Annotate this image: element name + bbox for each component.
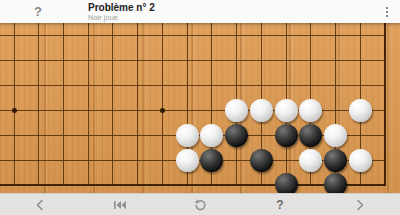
help-icon[interactable]: ? (28, 0, 48, 23)
black-stone (324, 173, 347, 193)
board-grid-line (14, 23, 15, 186)
white-stone (299, 149, 322, 172)
page-title: Problème n° 2 (88, 2, 155, 13)
turn-status: Noir joue (88, 13, 155, 22)
title-block: Problème n° 2 Noir joue (88, 2, 155, 22)
white-stone (349, 99, 372, 122)
black-stone (225, 124, 248, 147)
white-stone (299, 99, 322, 122)
star-point (12, 108, 17, 113)
black-stone (200, 149, 223, 172)
black-stone (250, 149, 273, 172)
white-stone (324, 124, 347, 147)
board-edge-line-right (384, 23, 386, 186)
white-stone (225, 99, 248, 122)
board-grid-line (38, 23, 39, 186)
black-stone (299, 124, 322, 147)
board-grid-line (0, 85, 386, 86)
white-stone (349, 149, 372, 172)
skip-to-start-icon[interactable] (106, 194, 134, 215)
board-grid-line (0, 35, 386, 36)
app-bar: ? Problème n° 2 Noir joue (0, 0, 400, 23)
board-grid-line (0, 60, 386, 61)
forward-chevron-icon[interactable] (346, 194, 374, 215)
board-grid-line (137, 23, 138, 186)
black-stone (275, 173, 298, 193)
white-stone (200, 124, 223, 147)
board-grid-line (162, 23, 163, 186)
board-grid-line (88, 23, 89, 186)
white-stone (176, 124, 199, 147)
black-stone (324, 149, 347, 172)
undo-icon[interactable] (186, 194, 214, 215)
board-grid-line (63, 23, 64, 186)
board-grid-line (112, 23, 113, 186)
back-chevron-icon[interactable] (26, 194, 54, 215)
board-grid-line (0, 110, 386, 111)
go-board[interactable] (0, 23, 400, 193)
white-stone (176, 149, 199, 172)
white-stone (250, 99, 273, 122)
star-point (160, 108, 165, 113)
overflow-menu-icon[interactable] (378, 0, 396, 23)
white-stone (275, 99, 298, 122)
black-stone (275, 124, 298, 147)
bottom-toolbar: ? (0, 193, 400, 215)
hint-icon[interactable]: ? (266, 194, 294, 215)
